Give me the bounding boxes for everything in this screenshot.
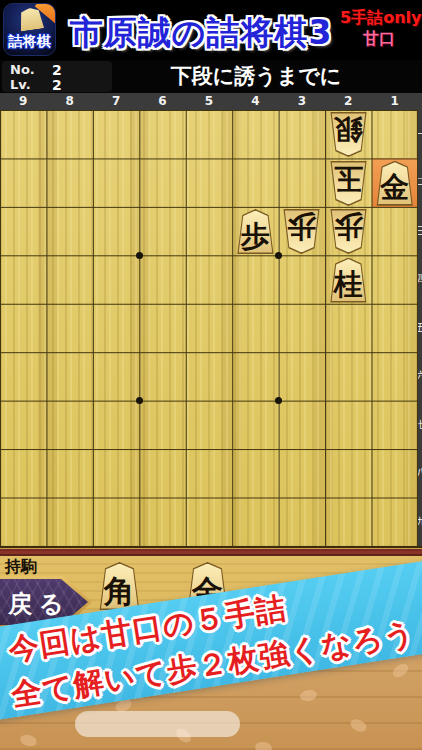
star-point <box>136 397 143 404</box>
board-square[interactable] <box>279 255 325 303</box>
board-square[interactable] <box>279 304 325 352</box>
board-square[interactable] <box>372 255 418 303</box>
file-label: 6 <box>139 93 185 110</box>
board-square[interactable] <box>93 352 139 400</box>
board-square[interactable] <box>232 498 278 546</box>
board-square[interactable] <box>372 207 418 255</box>
piece-sente[interactable]: 歩 <box>235 209 276 254</box>
board-square[interactable] <box>279 110 325 158</box>
board-square[interactable] <box>93 401 139 449</box>
board-square[interactable] <box>93 304 139 352</box>
board-square[interactable] <box>279 498 325 546</box>
board-square[interactable] <box>93 498 139 546</box>
board-square[interactable] <box>46 158 92 206</box>
board-square[interactable] <box>0 498 46 546</box>
board-square[interactable] <box>325 401 371 449</box>
board-square[interactable] <box>139 110 185 158</box>
board-square[interactable] <box>232 304 278 352</box>
board-square[interactable]: 歩 <box>325 207 371 255</box>
board-square[interactable] <box>46 110 92 158</box>
file-label: 9 <box>0 93 46 110</box>
board-square[interactable] <box>0 207 46 255</box>
badge-amakuchi: 甘口 <box>340 28 418 49</box>
star-point <box>275 252 282 259</box>
file-label: 8 <box>46 93 92 110</box>
problem-number-label: No. <box>10 62 80 77</box>
badge-5te-only: 5手詰only <box>340 7 418 28</box>
board-square[interactable] <box>139 498 185 546</box>
board-square[interactable] <box>0 110 46 158</box>
piece-gote[interactable]: 歩 <box>281 209 322 254</box>
star-point <box>136 252 143 259</box>
piece-gote[interactable]: 歩 <box>328 209 369 254</box>
board-square[interactable] <box>279 449 325 497</box>
level-label: Lv. <box>10 77 80 92</box>
board-square[interactable] <box>186 158 232 206</box>
board-square[interactable] <box>325 449 371 497</box>
board-square[interactable] <box>139 207 185 255</box>
file-label: 1 <box>372 93 418 110</box>
problem-info-panel: No. 2 Lv. 2 <box>2 61 112 92</box>
board-square[interactable] <box>139 401 185 449</box>
board-square[interactable] <box>0 449 46 497</box>
board-bottom-border <box>0 546 422 556</box>
board-grid: 銀玉金歩歩歩桂 <box>0 110 418 546</box>
board-square[interactable] <box>232 255 278 303</box>
board-square[interactable] <box>93 449 139 497</box>
piece-glyph: 銀 <box>329 115 367 147</box>
app-screen: 詰将棋 市原誠の詰将棋3 5手詰only 甘口 No. 2 Lv. 2 下段に誘… <box>0 0 422 750</box>
board-square[interactable] <box>186 401 232 449</box>
board-square[interactable] <box>372 401 418 449</box>
sakura-petal-icon <box>255 741 273 750</box>
app-icon: 詰将棋 <box>3 3 56 56</box>
sakura-petal-icon <box>390 661 410 680</box>
board-square[interactable] <box>139 449 185 497</box>
board-square[interactable] <box>139 352 185 400</box>
board-square[interactable] <box>372 352 418 400</box>
board-square[interactable] <box>372 449 418 497</box>
board-square[interactable] <box>46 401 92 449</box>
hand-label: 持駒 <box>5 557 37 578</box>
board-square[interactable] <box>186 498 232 546</box>
board-square[interactable] <box>46 352 92 400</box>
piece-gote[interactable]: 銀 <box>328 112 369 157</box>
board-square[interactable] <box>139 304 185 352</box>
piece-glyph: 桂 <box>329 268 367 300</box>
board-square[interactable] <box>0 304 46 352</box>
board-square[interactable] <box>372 498 418 546</box>
file-labels: 987654321 <box>0 93 422 110</box>
top-bar: 詰将棋 市原誠の詰将棋3 5手詰only 甘口 <box>0 0 422 60</box>
info-bar: No. 2 Lv. 2 下段に誘うまでに <box>0 60 422 93</box>
board-square[interactable] <box>325 498 371 546</box>
board-square[interactable] <box>139 255 185 303</box>
board-square[interactable] <box>0 401 46 449</box>
piece-sente[interactable]: 桂 <box>328 258 369 303</box>
board-square[interactable]: 桂 <box>325 255 371 303</box>
level-value: 2 <box>52 77 62 93</box>
board-square[interactable] <box>186 449 232 497</box>
board-square[interactable] <box>186 110 232 158</box>
app-title: 市原誠の詰将棋3 <box>60 11 342 56</box>
puzzle-title: 下段に誘うまでに <box>100 60 412 93</box>
board-square[interactable] <box>186 255 232 303</box>
edition-badges: 5手詰only 甘口 <box>340 7 418 49</box>
piece-sente[interactable]: 金 <box>374 161 415 206</box>
piece-glyph: 歩 <box>329 212 367 244</box>
board-square[interactable]: 玉 <box>325 158 371 206</box>
board-square[interactable] <box>325 352 371 400</box>
shogi-board: 銀玉金歩歩歩桂 <box>0 110 418 546</box>
hand-piece-bishop[interactable]: 角 <box>97 562 142 610</box>
sakura-petal-icon <box>348 717 368 734</box>
board-square[interactable] <box>232 401 278 449</box>
board-square[interactable] <box>232 110 278 158</box>
piece-glyph: 玉 <box>329 163 367 195</box>
board-square[interactable] <box>0 352 46 400</box>
board-square[interactable] <box>93 255 139 303</box>
bottom-capsule <box>75 711 240 737</box>
board-square[interactable]: 歩 <box>279 207 325 255</box>
board-square[interactable] <box>46 207 92 255</box>
board-square[interactable]: 金 <box>372 158 418 206</box>
file-label: 4 <box>232 93 278 110</box>
file-label: 2 <box>325 93 371 110</box>
file-label: 3 <box>279 93 325 110</box>
board-square[interactable] <box>46 498 92 546</box>
piece-glyph: 歩 <box>236 220 274 252</box>
board-square[interactable] <box>139 158 185 206</box>
file-label: 7 <box>93 93 139 110</box>
board-square[interactable] <box>186 207 232 255</box>
board-square[interactable] <box>46 449 92 497</box>
board-square[interactable]: 銀 <box>325 110 371 158</box>
board-square[interactable] <box>279 158 325 206</box>
board-square[interactable] <box>0 255 46 303</box>
board-square[interactable] <box>325 304 371 352</box>
board-square[interactable] <box>372 110 418 158</box>
board-square[interactable] <box>232 352 278 400</box>
board-square[interactable] <box>46 304 92 352</box>
sakura-petal-icon <box>19 733 38 748</box>
back-button-label: 戻る <box>8 588 71 620</box>
board-square[interactable] <box>93 110 139 158</box>
board-square[interactable] <box>93 158 139 206</box>
board-square[interactable] <box>46 255 92 303</box>
board-square[interactable] <box>232 158 278 206</box>
app-icon-label: 詰将棋 <box>4 33 55 51</box>
board-square[interactable] <box>372 304 418 352</box>
file-label: 5 <box>186 93 232 110</box>
board-square[interactable] <box>0 158 46 206</box>
board-square[interactable]: 歩 <box>232 207 278 255</box>
board-square[interactable] <box>93 207 139 255</box>
sakura-petal-icon <box>299 689 318 703</box>
piece-gote[interactable]: 玉 <box>328 161 369 206</box>
bishop-glyph: 角 <box>99 574 141 608</box>
board-square[interactable] <box>279 401 325 449</box>
board-square[interactable] <box>186 304 232 352</box>
board-square[interactable] <box>186 352 232 400</box>
board-square[interactable] <box>279 352 325 400</box>
problem-number-value: 2 <box>52 62 62 78</box>
piece-glyph: 歩 <box>283 212 321 244</box>
piece-glyph: 金 <box>376 171 414 203</box>
board-square[interactable] <box>232 449 278 497</box>
